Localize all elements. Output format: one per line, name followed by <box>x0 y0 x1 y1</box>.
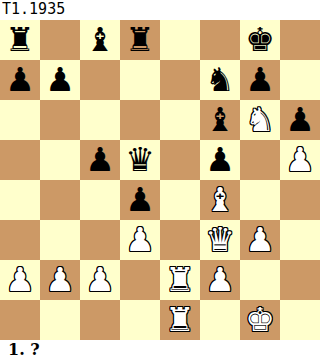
chess-board: ♜♝♜♚♟♟♞♟♝♞♟♟♛♟♟♟♝♟♛♟♟♟♟♜♟♜♚ <box>0 20 320 340</box>
piece-black-rook[interactable]: ♜ <box>125 20 155 60</box>
square-b8[interactable] <box>40 20 80 60</box>
square-f3[interactable]: ♛ <box>200 220 240 260</box>
piece-white-rook[interactable]: ♜ <box>165 260 195 300</box>
square-d5[interactable]: ♛ <box>120 140 160 180</box>
piece-black-pawn[interactable]: ♟ <box>5 60 35 100</box>
square-f8[interactable] <box>200 20 240 60</box>
square-b6[interactable] <box>40 100 80 140</box>
piece-black-pawn[interactable]: ♟ <box>245 60 275 100</box>
square-f1[interactable] <box>200 300 240 340</box>
square-f2[interactable]: ♟ <box>200 260 240 300</box>
square-g1[interactable]: ♚ <box>240 300 280 340</box>
square-g7[interactable]: ♟ <box>240 60 280 100</box>
square-c5[interactable]: ♟ <box>80 140 120 180</box>
square-h5[interactable]: ♟ <box>280 140 320 180</box>
piece-black-pawn[interactable]: ♟ <box>285 100 315 140</box>
square-d3[interactable]: ♟ <box>120 220 160 260</box>
square-e4[interactable] <box>160 180 200 220</box>
piece-black-pawn[interactable]: ♟ <box>45 60 75 100</box>
square-g2[interactable] <box>240 260 280 300</box>
piece-white-pawn[interactable]: ♟ <box>125 220 155 260</box>
piece-black-bishop[interactable]: ♝ <box>205 100 235 140</box>
square-h2[interactable] <box>280 260 320 300</box>
square-h4[interactable] <box>280 180 320 220</box>
square-d7[interactable] <box>120 60 160 100</box>
piece-white-pawn[interactable]: ♟ <box>5 260 35 300</box>
piece-white-knight[interactable]: ♞ <box>245 100 275 140</box>
square-e3[interactable] <box>160 220 200 260</box>
piece-black-bishop[interactable]: ♝ <box>85 20 115 60</box>
square-e7[interactable] <box>160 60 200 100</box>
piece-black-pawn[interactable]: ♟ <box>205 140 235 180</box>
square-b4[interactable] <box>40 180 80 220</box>
piece-black-knight[interactable]: ♞ <box>205 60 235 100</box>
piece-black-pawn[interactable]: ♟ <box>125 180 155 220</box>
piece-black-king[interactable]: ♚ <box>245 20 275 60</box>
piece-white-pawn[interactable]: ♟ <box>285 140 315 180</box>
square-c8[interactable]: ♝ <box>80 20 120 60</box>
puzzle-title: T1.1935 <box>0 0 320 20</box>
piece-white-queen[interactable]: ♛ <box>205 220 235 260</box>
square-g6[interactable]: ♞ <box>240 100 280 140</box>
square-e1[interactable]: ♜ <box>160 300 200 340</box>
square-h3[interactable] <box>280 220 320 260</box>
square-h6[interactable]: ♟ <box>280 100 320 140</box>
square-a1[interactable] <box>0 300 40 340</box>
square-a3[interactable] <box>0 220 40 260</box>
square-c7[interactable] <box>80 60 120 100</box>
square-c1[interactable] <box>80 300 120 340</box>
square-e2[interactable]: ♜ <box>160 260 200 300</box>
square-a6[interactable] <box>0 100 40 140</box>
square-a4[interactable] <box>0 180 40 220</box>
square-a5[interactable] <box>0 140 40 180</box>
square-d8[interactable]: ♜ <box>120 20 160 60</box>
square-g4[interactable] <box>240 180 280 220</box>
square-c4[interactable] <box>80 180 120 220</box>
square-c2[interactable]: ♟ <box>80 260 120 300</box>
square-e5[interactable] <box>160 140 200 180</box>
square-e8[interactable] <box>160 20 200 60</box>
piece-white-pawn[interactable]: ♟ <box>45 260 75 300</box>
square-b3[interactable] <box>40 220 80 260</box>
square-e6[interactable] <box>160 100 200 140</box>
square-a8[interactable]: ♜ <box>0 20 40 60</box>
piece-white-bishop[interactable]: ♝ <box>205 180 235 220</box>
square-d1[interactable] <box>120 300 160 340</box>
square-c6[interactable] <box>80 100 120 140</box>
piece-white-pawn[interactable]: ♟ <box>245 220 275 260</box>
square-d2[interactable] <box>120 260 160 300</box>
piece-white-pawn[interactable]: ♟ <box>205 260 235 300</box>
square-h8[interactable] <box>280 20 320 60</box>
piece-white-rook[interactable]: ♜ <box>165 300 195 340</box>
square-g5[interactable] <box>240 140 280 180</box>
square-b1[interactable] <box>40 300 80 340</box>
square-a2[interactable]: ♟ <box>0 260 40 300</box>
square-a7[interactable]: ♟ <box>0 60 40 100</box>
piece-white-pawn[interactable]: ♟ <box>85 260 115 300</box>
square-f5[interactable]: ♟ <box>200 140 240 180</box>
square-h1[interactable] <box>280 300 320 340</box>
square-b2[interactable]: ♟ <box>40 260 80 300</box>
square-g8[interactable]: ♚ <box>240 20 280 60</box>
square-f4[interactable]: ♝ <box>200 180 240 220</box>
square-f7[interactable]: ♞ <box>200 60 240 100</box>
piece-black-pawn[interactable]: ♟ <box>85 140 115 180</box>
move-prompt: 1. ? <box>0 340 320 360</box>
square-d4[interactable]: ♟ <box>120 180 160 220</box>
piece-black-queen[interactable]: ♛ <box>125 140 155 180</box>
square-b5[interactable] <box>40 140 80 180</box>
piece-white-king[interactable]: ♚ <box>245 300 275 340</box>
piece-black-rook[interactable]: ♜ <box>5 20 35 60</box>
square-b7[interactable]: ♟ <box>40 60 80 100</box>
square-c3[interactable] <box>80 220 120 260</box>
square-g3[interactable]: ♟ <box>240 220 280 260</box>
square-h7[interactable] <box>280 60 320 100</box>
square-f6[interactable]: ♝ <box>200 100 240 140</box>
square-d6[interactable] <box>120 100 160 140</box>
